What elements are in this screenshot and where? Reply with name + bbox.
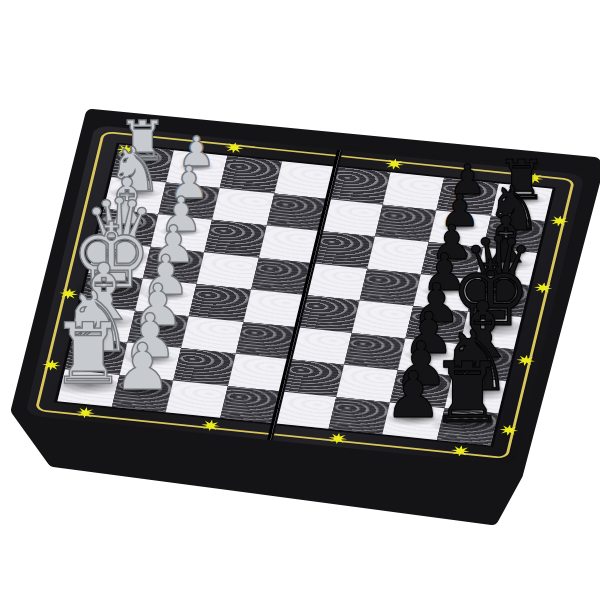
square-h5	[274, 391, 336, 429]
square-c3	[204, 220, 266, 258]
square-b7	[429, 210, 491, 248]
square-b3	[212, 188, 274, 226]
square-d5	[305, 263, 367, 301]
square-h2	[111, 375, 173, 413]
square-h8	[436, 408, 498, 446]
square-e1	[81, 273, 143, 311]
square-h7	[382, 402, 444, 440]
square-g7	[390, 370, 452, 408]
square-f6	[344, 333, 406, 371]
square-d6	[359, 268, 421, 306]
square-g8	[444, 376, 506, 414]
square-d3	[197, 252, 259, 290]
square-e6	[351, 301, 413, 339]
product-photo: ♜♞♝♛♚♝♞♜♟♟♟♟♟♟♟♟♟♟♟♟♟♟♟♟♜♞♝♛♚♝♞♜	[0, 0, 600, 600]
square-e5	[297, 295, 359, 333]
square-h3	[166, 380, 228, 418]
square-h1	[57, 369, 119, 407]
square-a3	[220, 156, 282, 194]
square-b8	[483, 215, 545, 253]
square-a8	[491, 183, 553, 221]
square-e7	[406, 306, 468, 344]
square-g1	[65, 337, 127, 375]
square-b5	[320, 199, 382, 237]
square-f3	[181, 316, 243, 354]
square-f1	[73, 305, 135, 343]
square-e8	[460, 312, 522, 350]
square-h6	[328, 397, 390, 435]
square-d7	[413, 274, 475, 312]
square-b6	[375, 204, 437, 242]
square-g6	[336, 365, 398, 403]
square-a1	[111, 145, 173, 183]
square-a7	[436, 178, 498, 216]
square-c8	[475, 247, 537, 285]
square-d2	[142, 246, 204, 284]
square-c2	[150, 214, 212, 252]
square-e3	[189, 284, 251, 322]
square-g5	[282, 359, 344, 397]
square-f7	[398, 338, 460, 376]
square-a6	[382, 172, 444, 210]
square-a2	[166, 150, 228, 188]
square-d8	[467, 280, 529, 318]
square-a5	[328, 167, 390, 205]
square-f8	[452, 344, 514, 382]
square-b1	[104, 177, 166, 215]
square-c7	[421, 242, 483, 280]
square-b2	[158, 182, 220, 220]
square-c1	[96, 209, 158, 247]
square-g3	[173, 348, 235, 386]
chess-board	[25, 125, 585, 465]
square-c6	[367, 236, 429, 274]
square-e2	[135, 278, 197, 316]
square-f2	[127, 310, 189, 348]
square-d1	[88, 241, 150, 279]
square-g2	[119, 343, 181, 381]
